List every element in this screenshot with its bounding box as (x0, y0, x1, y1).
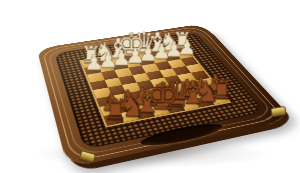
product-photo-scene: ♜♞♝♚♛♝♞♜♟♟♟♟♟♟♟♟♟♟♟♟♟♟♟♟♜♞♝♚♛♝♞♜ (0, 0, 300, 173)
square-h2[interactable]: ♟ (84, 65, 101, 74)
cream-pawn[interactable]: ♟ (79, 52, 109, 74)
brown-rook[interactable]: ♜ (98, 96, 133, 125)
square-h8[interactable]: ♜ (103, 113, 123, 126)
brass-latch-right (270, 106, 286, 117)
